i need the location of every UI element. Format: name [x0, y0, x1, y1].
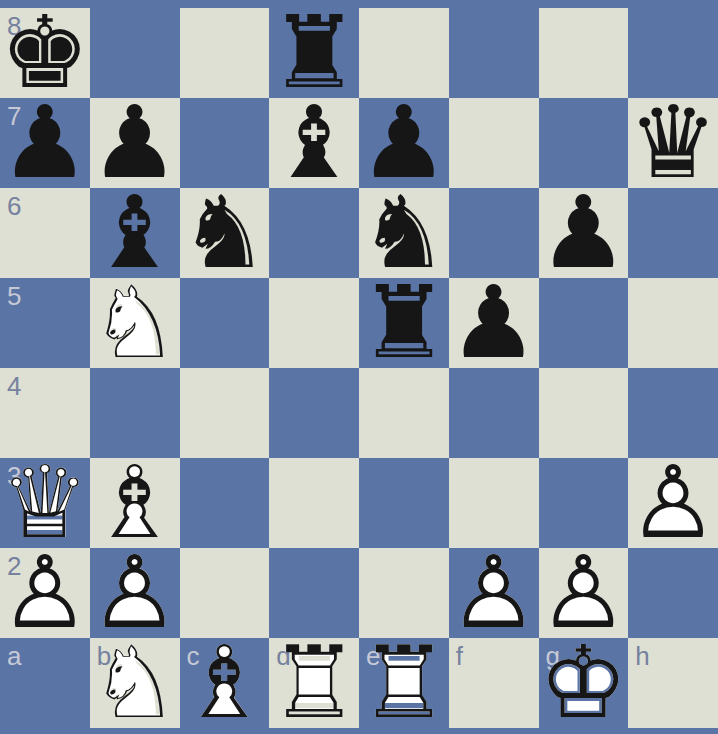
- coord-file-h: h: [635, 643, 649, 669]
- white-knight-outline: ♘: [90, 278, 180, 368]
- square-g5[interactable]: [539, 278, 629, 368]
- square-c6[interactable]: ♞: [180, 188, 270, 278]
- white-knight[interactable]: ♞♘: [90, 638, 180, 728]
- coord-rank-4: 4: [7, 373, 21, 399]
- white-pawn[interactable]: ♟♙: [628, 458, 718, 548]
- square-f8[interactable]: [449, 8, 539, 98]
- black-queen[interactable]: ♛: [628, 98, 718, 188]
- black-knight[interactable]: ♞: [180, 188, 270, 278]
- square-g4[interactable]: [539, 368, 629, 458]
- square-h1[interactable]: h: [628, 638, 718, 728]
- white-rook-outline: ♖: [359, 638, 449, 728]
- coord-rank-5: 5: [7, 283, 21, 309]
- black-pawn[interactable]: ♟: [0, 98, 90, 188]
- white-knight-outline: ♘: [90, 638, 180, 728]
- square-e5[interactable]: ♜: [359, 278, 449, 368]
- square-f2[interactable]: ♟♙: [449, 548, 539, 638]
- square-a7[interactable]: 7♟: [0, 98, 90, 188]
- square-d3[interactable]: [269, 458, 359, 548]
- square-d1[interactable]: d♜♖: [269, 638, 359, 728]
- square-e4[interactable]: [359, 368, 449, 458]
- white-pawn-outline: ♙: [449, 548, 539, 638]
- square-d4[interactable]: [269, 368, 359, 458]
- square-g6[interactable]: ♟: [539, 188, 629, 278]
- square-d7[interactable]: ♝: [269, 98, 359, 188]
- square-h6[interactable]: [628, 188, 718, 278]
- black-bishop[interactable]: ♝: [269, 98, 359, 188]
- white-bishop[interactable]: ♝♗: [180, 638, 270, 728]
- square-f7[interactable]: [449, 98, 539, 188]
- white-bishop-outline: ♗: [180, 638, 270, 728]
- chess-app-screen: 8♚♜7♟♟♝♟♛6♝♞♞♟5♞♘♜♟43♛♕♝♗♟♙2♟♙♟♙♟♙♟♙ab♞♘…: [0, 0, 718, 734]
- chess-board: 8♚♜7♟♟♝♟♛6♝♞♞♟5♞♘♜♟43♛♕♝♗♟♙2♟♙♟♙♟♙♟♙ab♞♘…: [0, 8, 718, 728]
- square-e1[interactable]: e♜♖: [359, 638, 449, 728]
- square-d6[interactable]: [269, 188, 359, 278]
- white-pawn[interactable]: ♟♙: [449, 548, 539, 638]
- square-c3[interactable]: [180, 458, 270, 548]
- square-a2[interactable]: 2♟♙: [0, 548, 90, 638]
- square-d5[interactable]: [269, 278, 359, 368]
- square-a1[interactable]: a: [0, 638, 90, 728]
- square-c8[interactable]: [180, 8, 270, 98]
- white-pawn-outline: ♙: [628, 458, 718, 548]
- black-pawn[interactable]: ♟: [539, 188, 629, 278]
- white-rook[interactable]: ♜♖: [269, 638, 359, 728]
- square-g8[interactable]: [539, 8, 629, 98]
- black-pawn[interactable]: ♟: [449, 278, 539, 368]
- square-h5[interactable]: [628, 278, 718, 368]
- square-h2[interactable]: [628, 548, 718, 638]
- square-h7[interactable]: ♛: [628, 98, 718, 188]
- white-knight[interactable]: ♞♘: [90, 278, 180, 368]
- square-b1[interactable]: b♞♘: [90, 638, 180, 728]
- white-pawn[interactable]: ♟♙: [0, 548, 90, 638]
- white-king[interactable]: ♚♔: [539, 638, 629, 728]
- square-a5[interactable]: 5: [0, 278, 90, 368]
- white-king-outline: ♔: [539, 638, 629, 728]
- square-c1[interactable]: c♝♗: [180, 638, 270, 728]
- square-c4[interactable]: [180, 368, 270, 458]
- square-g1[interactable]: g♚♔: [539, 638, 629, 728]
- square-b5[interactable]: ♞♘: [90, 278, 180, 368]
- white-pawn-outline: ♙: [0, 548, 90, 638]
- white-rook[interactable]: ♜♖: [359, 638, 449, 728]
- square-f1[interactable]: f: [449, 638, 539, 728]
- square-f5[interactable]: ♟: [449, 278, 539, 368]
- square-c5[interactable]: [180, 278, 270, 368]
- square-h3[interactable]: ♟♙: [628, 458, 718, 548]
- square-f4[interactable]: [449, 368, 539, 458]
- square-a6[interactable]: 6: [0, 188, 90, 278]
- white-rook-outline: ♖: [269, 638, 359, 728]
- square-e3[interactable]: [359, 458, 449, 548]
- black-rook[interactable]: ♜: [359, 278, 449, 368]
